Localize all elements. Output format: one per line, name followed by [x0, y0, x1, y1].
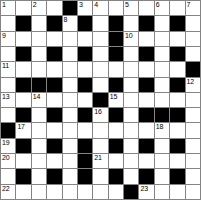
- black-cell-r8c12: [170, 108, 184, 122]
- cell-r7c2[interactable]: [16, 93, 30, 107]
- black-cell-r2c2: [16, 16, 30, 30]
- black-cell-r10c6: [78, 139, 92, 153]
- black-cell-r9c1: [1, 123, 15, 137]
- cell-r9c10[interactable]: [139, 123, 153, 137]
- cell-r7c13[interactable]: [186, 93, 200, 107]
- black-cell-r4c8: [109, 47, 123, 61]
- cell-r11c11[interactable]: [155, 154, 169, 168]
- cell-r11c5[interactable]: [63, 154, 77, 168]
- clue-number-9: 9: [2, 32, 6, 40]
- cell-r13c12[interactable]: [170, 185, 184, 199]
- cell-r4c9[interactable]: [124, 47, 138, 61]
- clue-number-14: 14: [33, 93, 40, 101]
- black-cell-r4c2: [16, 47, 30, 61]
- black-cell-r10c4: [47, 139, 61, 153]
- clue-number-15: 15: [110, 93, 117, 101]
- cell-r1c2[interactable]: [16, 1, 30, 15]
- black-cell-r12c4: [47, 169, 61, 183]
- cell-r2c9[interactable]: [124, 16, 138, 30]
- cell-r12c3[interactable]: [32, 169, 46, 183]
- black-cell-r4c10: [139, 47, 153, 61]
- cell-r7c12[interactable]: [170, 93, 184, 107]
- black-cell-r6c8: [109, 78, 123, 92]
- cell-r2c7[interactable]: [93, 16, 107, 30]
- cell-r1c8[interactable]: [109, 1, 123, 15]
- cell-r13c4[interactable]: [47, 185, 61, 199]
- clue-number-22: 22: [2, 185, 9, 193]
- black-cell-r8c6: [78, 108, 92, 122]
- black-cell-r10c8: [109, 139, 123, 153]
- cell-r5c1[interactable]: 11: [1, 62, 15, 76]
- black-cell-r5c13: [186, 62, 200, 76]
- cell-r12c7[interactable]: [93, 169, 107, 183]
- cell-r1c6[interactable]: 3: [78, 1, 92, 15]
- cell-r2c13[interactable]: [186, 16, 200, 30]
- cell-r7c1[interactable]: 13: [1, 93, 15, 107]
- cell-r13c6[interactable]: [78, 185, 92, 199]
- black-cell-r6c12: [170, 78, 184, 92]
- black-cell-r12c12: [170, 169, 184, 183]
- cell-r6c9[interactable]: [124, 78, 138, 92]
- cell-r9c7[interactable]: [93, 123, 107, 137]
- cell-r8c3[interactable]: [32, 108, 46, 122]
- cell-r5c3[interactable]: [32, 62, 46, 76]
- cell-r7c9[interactable]: [124, 93, 138, 107]
- cell-r6c11[interactable]: [155, 78, 169, 92]
- cell-r5c8[interactable]: [109, 62, 123, 76]
- cell-r13c13[interactable]: [186, 185, 200, 199]
- cell-r7c6[interactable]: [78, 93, 92, 107]
- cell-r13c1[interactable]: 22: [1, 185, 15, 199]
- cell-r11c1[interactable]: 20: [1, 154, 15, 168]
- cell-r5c4[interactable]: [47, 62, 61, 76]
- cell-r1c3[interactable]: 2: [32, 1, 46, 15]
- black-cell-r1c5: [63, 1, 77, 15]
- cell-r13c2[interactable]: [16, 185, 30, 199]
- black-cell-r10c10: [139, 139, 153, 153]
- clue-number-3: 3: [79, 1, 83, 9]
- cell-r6c5[interactable]: [63, 78, 77, 92]
- black-cell-r2c10: [139, 16, 153, 30]
- cell-r3c6[interactable]: [78, 32, 92, 46]
- cell-r7c11[interactable]: [155, 93, 169, 107]
- black-cell-r12c6: [78, 169, 92, 183]
- cell-r3c4[interactable]: [47, 32, 61, 46]
- cell-r13c5[interactable]: [63, 185, 77, 199]
- black-cell-r8c8: [109, 108, 123, 122]
- cell-r9c4[interactable]: [47, 123, 61, 137]
- clue-number-18: 18: [156, 123, 163, 131]
- clue-number-21: 21: [94, 154, 101, 162]
- cell-r10c1[interactable]: 19: [1, 139, 15, 153]
- cell-r7c8[interactable]: 15: [109, 93, 123, 107]
- cell-r5c7[interactable]: [93, 62, 107, 76]
- cell-r5c9[interactable]: [124, 62, 138, 76]
- clue-number-19: 19: [2, 139, 9, 147]
- cell-r1c12[interactable]: [170, 1, 184, 15]
- black-cell-r2c12: [170, 16, 184, 30]
- cell-r3c9[interactable]: 10: [124, 32, 138, 46]
- cell-r11c2[interactable]: [16, 154, 30, 168]
- black-cell-r13c9: [124, 185, 138, 199]
- black-cell-r10c12: [170, 139, 184, 153]
- cell-r4c3[interactable]: [32, 47, 46, 61]
- cell-r8c1[interactable]: [1, 108, 15, 122]
- black-cell-r6c4: [47, 78, 61, 92]
- cell-r5c6[interactable]: [78, 62, 92, 76]
- cell-r1c10[interactable]: [139, 1, 153, 15]
- cell-r3c11[interactable]: [155, 32, 169, 46]
- cell-r11c8[interactable]: [109, 154, 123, 168]
- clue-number-4: 4: [94, 1, 98, 9]
- cell-r5c12[interactable]: [170, 62, 184, 76]
- clue-number-7: 7: [187, 1, 191, 9]
- cell-r11c7[interactable]: 21: [93, 154, 107, 168]
- cell-r6c1[interactable]: [1, 78, 15, 92]
- cell-r9c3[interactable]: [32, 123, 46, 137]
- cell-r2c3[interactable]: [32, 16, 46, 30]
- cell-r9c11[interactable]: 18: [155, 123, 169, 137]
- cell-r9c6[interactable]: [78, 123, 92, 137]
- cell-r5c2[interactable]: [16, 62, 30, 76]
- cell-r11c12[interactable]: [170, 154, 184, 168]
- clue-number-13: 13: [2, 93, 9, 101]
- cell-r9c12[interactable]: [170, 123, 184, 137]
- cell-r3c1[interactable]: 9: [1, 32, 15, 46]
- black-cell-r12c8: [109, 169, 123, 183]
- clue-number-16: 16: [94, 108, 101, 116]
- cell-r13c10[interactable]: 23: [139, 185, 153, 199]
- black-cell-r2c4: [47, 16, 61, 30]
- black-cell-r6c3: [32, 78, 46, 92]
- cell-r3c3[interactable]: [32, 32, 46, 46]
- clue-number-11: 11: [2, 62, 9, 70]
- cell-r3c12[interactable]: [170, 32, 184, 46]
- cell-r12c1[interactable]: [1, 169, 15, 183]
- cell-r10c5[interactable]: [63, 139, 77, 153]
- black-cell-r2c6: [78, 16, 92, 30]
- cell-r3c7[interactable]: [93, 32, 107, 46]
- cell-r6c7[interactable]: [93, 78, 107, 92]
- black-cell-r11c6: [78, 154, 92, 168]
- cell-r1c13[interactable]: 7: [186, 1, 200, 15]
- black-cell-r10c2: [16, 139, 30, 153]
- cell-r9c5[interactable]: [63, 123, 77, 137]
- black-cell-r7c7: [93, 93, 107, 107]
- cell-r10c11[interactable]: [155, 139, 169, 153]
- black-cell-r4c6: [78, 47, 92, 61]
- cell-r10c13[interactable]: [186, 139, 200, 153]
- clue-number-17: 17: [17, 123, 24, 131]
- black-cell-r12c10: [139, 169, 153, 183]
- cell-r4c7[interactable]: [93, 47, 107, 61]
- cell-r9c13[interactable]: [186, 123, 200, 137]
- cell-r1c4[interactable]: [47, 1, 61, 15]
- cell-r8c5[interactable]: [63, 108, 77, 122]
- cell-r11c9[interactable]: [124, 154, 138, 168]
- cell-r9c2[interactable]: 17: [16, 123, 30, 137]
- clue-number-6: 6: [156, 1, 160, 9]
- black-cell-r12c2: [16, 169, 30, 183]
- cell-r2c1[interactable]: [1, 16, 15, 30]
- cell-r12c11[interactable]: [155, 169, 169, 183]
- cell-r3c2[interactable]: [16, 32, 30, 46]
- cell-r9c8[interactable]: [109, 123, 123, 137]
- clue-number-1: 1: [2, 1, 6, 9]
- cell-r5c5[interactable]: [63, 62, 77, 76]
- cell-r8c13[interactable]: [186, 108, 200, 122]
- cell-r3c13[interactable]: [186, 32, 200, 46]
- clue-number-5: 5: [125, 1, 129, 9]
- cell-r1c1[interactable]: 1: [1, 1, 15, 15]
- clue-number-23: 23: [140, 185, 147, 193]
- black-cell-r8c2: [16, 108, 30, 122]
- cell-r1c11[interactable]: 6: [155, 1, 169, 15]
- cell-r8c7[interactable]: 16: [93, 108, 107, 122]
- black-cell-r3c8: [109, 32, 123, 46]
- cell-r8c9[interactable]: [124, 108, 138, 122]
- cell-r11c10[interactable]: [139, 154, 153, 168]
- cell-r4c11[interactable]: [155, 47, 169, 61]
- clue-number-10: 10: [125, 32, 132, 40]
- cell-r3c10[interactable]: [139, 32, 153, 46]
- black-cell-r8c4: [47, 108, 61, 122]
- cell-r12c5[interactable]: [63, 169, 77, 183]
- cell-r4c13[interactable]: [186, 47, 200, 61]
- cell-r2c11[interactable]: [155, 16, 169, 30]
- black-cell-r8c10: [139, 108, 153, 122]
- cell-r12c13[interactable]: [186, 169, 200, 183]
- cell-r13c8[interactable]: [109, 185, 123, 199]
- cell-r9c9[interactable]: [124, 123, 138, 137]
- clue-number-12: 12: [187, 78, 194, 86]
- cell-r11c4[interactable]: [47, 154, 61, 168]
- cell-r1c7[interactable]: 4: [93, 1, 107, 15]
- cell-r13c3[interactable]: [32, 185, 46, 199]
- cell-r5c10[interactable]: [139, 62, 153, 76]
- cell-r5c11[interactable]: [155, 62, 169, 76]
- black-cell-r8c11: [155, 108, 169, 122]
- black-cell-r6c6: [78, 78, 92, 92]
- cell-r4c5[interactable]: [63, 47, 77, 61]
- black-cell-r6c10: [139, 78, 153, 92]
- black-cell-r6c2: [16, 78, 30, 92]
- cell-r12c9[interactable]: [124, 169, 138, 183]
- cell-r1c9[interactable]: 5: [124, 1, 138, 15]
- cell-r13c11[interactable]: [155, 185, 169, 199]
- clue-number-20: 20: [2, 154, 9, 162]
- cell-r2c5[interactable]: 8: [63, 16, 77, 30]
- cell-r11c13[interactable]: [186, 154, 200, 168]
- black-cell-r4c4: [47, 47, 61, 61]
- cell-r7c3[interactable]: 14: [32, 93, 46, 107]
- cell-r10c9[interactable]: [124, 139, 138, 153]
- cell-r7c10[interactable]: [139, 93, 153, 107]
- cell-r7c5[interactable]: [63, 93, 77, 107]
- cell-r7c4[interactable]: [47, 93, 61, 107]
- cell-r4c1[interactable]: [1, 47, 15, 61]
- cell-r10c3[interactable]: [32, 139, 46, 153]
- cell-r11c3[interactable]: [32, 154, 46, 168]
- cell-r6c13[interactable]: 12: [186, 78, 200, 92]
- crossword-grid: 1234567891011121314151617181920212223: [0, 0, 201, 200]
- clue-number-8: 8: [64, 16, 68, 24]
- black-cell-r2c8: [109, 16, 123, 30]
- cell-r13c7[interactable]: [93, 185, 107, 199]
- clue-number-2: 2: [33, 1, 37, 9]
- cell-r10c7[interactable]: [93, 139, 107, 153]
- cell-r3c5[interactable]: [63, 32, 77, 46]
- black-cell-r4c12: [170, 47, 184, 61]
